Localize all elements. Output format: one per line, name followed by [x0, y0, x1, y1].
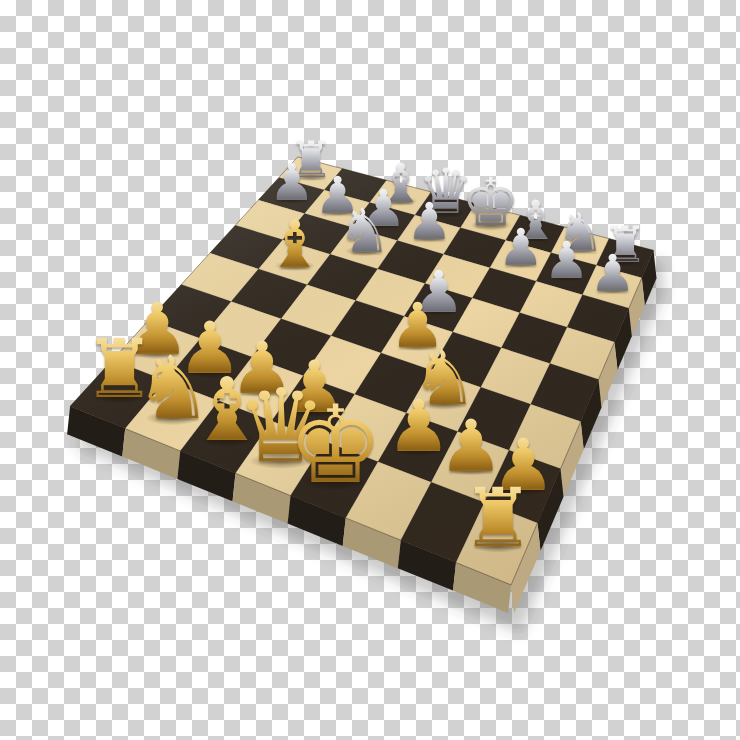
chessboard: [0, 0, 740, 740]
product-photo-canvas: ♜♟♝♟♛♟♚♝♟♞♞♜♟♝♟♟♟♟♟♟♟♜♞♟♞♝♟♛♟♚♟♜: [0, 0, 740, 740]
